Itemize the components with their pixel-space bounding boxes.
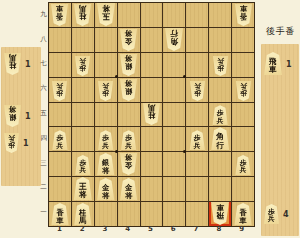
file-label: 6 xyxy=(162,225,185,233)
piece-sente[interactable]: 銀 将 xyxy=(3,105,22,127)
square-4三[interactable]: 金 将 xyxy=(118,152,140,176)
square-5七[interactable] xyxy=(141,53,163,77)
square-6八[interactable]: 角 行 xyxy=(163,28,185,52)
hand-count: 1 xyxy=(23,139,29,148)
piece-sente[interactable]: 歩 兵 xyxy=(3,133,20,153)
piece-gote[interactable]: 香 車 xyxy=(50,203,69,225)
square-4七[interactable]: 銀 将 xyxy=(118,53,140,77)
square-8九[interactable] xyxy=(209,3,231,27)
square-1二[interactable] xyxy=(49,177,71,201)
piece-gote[interactable]: 歩 兵 xyxy=(212,105,229,125)
piece-sente[interactable]: 桂 馬 xyxy=(73,4,92,26)
file-label: 4 xyxy=(116,225,139,233)
square-2二[interactable]: 王 将 xyxy=(72,177,94,201)
turn-indicator: 後手番 xyxy=(261,25,300,38)
square-9三[interactable]: 歩 兵 xyxy=(232,152,254,176)
rank-label: 四 xyxy=(39,126,48,151)
shogi-board: 香 車桂 馬玉 将香 車金 将角 行歩 兵銀 将歩 兵歩 兵歩 兵銀 将歩 兵歩… xyxy=(48,2,255,227)
square-2一[interactable]: 桂 馬 xyxy=(72,202,94,226)
piece-gote[interactable]: 歩 兵 xyxy=(235,155,252,175)
file-label: 8 xyxy=(207,225,230,233)
square-7一[interactable] xyxy=(186,202,208,226)
square-5三[interactable] xyxy=(141,152,163,176)
square-3六[interactable]: 歩 兵 xyxy=(95,78,117,102)
piece-gote[interactable]: 歩 兵 xyxy=(97,130,114,150)
star-point xyxy=(183,150,186,153)
square-4九[interactable] xyxy=(118,3,140,27)
file-label: 5 xyxy=(139,225,162,233)
square-6五[interactable] xyxy=(163,103,185,127)
file-label: 3 xyxy=(94,225,117,233)
square-7二[interactable] xyxy=(186,177,208,201)
square-4四[interactable]: 歩 兵 xyxy=(118,127,140,151)
square-9二[interactable] xyxy=(232,177,254,201)
square-5八[interactable] xyxy=(141,28,163,52)
square-7九[interactable] xyxy=(186,3,208,27)
square-4六[interactable]: 銀 将 xyxy=(118,78,140,102)
piece-sente[interactable]: 歩 兵 xyxy=(97,81,114,101)
square-8八[interactable] xyxy=(209,28,231,52)
square-7四[interactable]: 歩 兵 xyxy=(186,127,208,151)
square-8七[interactable]: 歩 兵 xyxy=(209,53,231,77)
file-label: 2 xyxy=(71,225,94,233)
square-5九[interactable] xyxy=(141,3,163,27)
piece-sente[interactable]: 金 将 xyxy=(119,29,138,51)
square-2七[interactable]: 歩 兵 xyxy=(72,53,94,77)
square-9八[interactable] xyxy=(232,28,254,52)
gote-hand-飛車[interactable]: 飛 車1 xyxy=(263,52,292,76)
square-3四[interactable]: 歩 兵 xyxy=(95,127,117,151)
piece-sente[interactable]: 歩 兵 xyxy=(189,81,206,101)
square-4五[interactable] xyxy=(118,103,140,127)
square-1八[interactable] xyxy=(49,28,71,52)
rank-label: 六 xyxy=(39,76,48,101)
piece-gote[interactable]: 飛 車 xyxy=(263,52,283,75)
piece-sente[interactable]: 香 車 xyxy=(234,4,253,26)
sente-hand-銀将[interactable]: 銀 将1 xyxy=(3,105,31,128)
square-1三[interactable] xyxy=(49,152,71,176)
star-point xyxy=(183,75,186,78)
piece-gote[interactable]: 歩 兵 xyxy=(189,130,206,150)
square-2三[interactable]: 歩 兵 xyxy=(72,152,94,176)
square-1一[interactable]: 香 車 xyxy=(49,202,71,226)
piece-sente[interactable]: 歩 兵 xyxy=(212,56,229,76)
square-3二[interactable]: 金 将 xyxy=(95,177,117,201)
square-2五[interactable] xyxy=(72,103,94,127)
piece-sente[interactable]: 角 行 xyxy=(164,28,184,51)
square-1七[interactable] xyxy=(49,53,71,77)
square-7七[interactable] xyxy=(186,53,208,77)
square-2八[interactable] xyxy=(72,28,94,52)
hand-count: 1 xyxy=(25,112,31,121)
square-7三[interactable] xyxy=(186,152,208,176)
piece-gote[interactable]: 角 行 xyxy=(210,127,230,150)
star-point xyxy=(115,75,118,78)
square-7八[interactable] xyxy=(186,28,208,52)
piece-gote[interactable]: 歩 兵 xyxy=(120,130,137,150)
gote-captured-tray: 飛 車1歩 兵4 xyxy=(261,44,299,236)
square-5四[interactable] xyxy=(141,127,163,151)
square-6一[interactable] xyxy=(163,202,185,226)
piece-sente[interactable]: 銀 将 xyxy=(119,79,138,101)
square-8四[interactable]: 角 行 xyxy=(209,127,231,151)
rank-label: 八 xyxy=(39,27,48,52)
piece-sente[interactable]: 歩 兵 xyxy=(235,81,252,101)
piece-sente[interactable]: 金 将 xyxy=(119,153,138,175)
square-3一[interactable] xyxy=(95,202,117,226)
shogi-app: 桂 馬1銀 将1歩 兵1 九八七六五四三二一 香 車桂 馬玉 将香 車金 将角 … xyxy=(0,0,300,238)
piece-gote[interactable]: 金 将 xyxy=(119,178,138,200)
square-3八[interactable] xyxy=(95,28,117,52)
square-1五[interactable] xyxy=(49,103,71,127)
rank-labels: 九八七六五四三二一 xyxy=(39,2,48,225)
piece-sente[interactable]: 歩 兵 xyxy=(74,56,91,76)
square-5六[interactable] xyxy=(141,78,163,102)
square-9七[interactable] xyxy=(232,53,254,77)
piece-sente[interactable]: 飛 車 xyxy=(210,202,230,225)
hand-count: 1 xyxy=(286,60,292,69)
piece-gote[interactable]: 歩 兵 xyxy=(263,204,280,224)
square-9五[interactable] xyxy=(232,103,254,127)
square-5五[interactable]: 桂 馬 xyxy=(141,103,163,127)
square-6二[interactable] xyxy=(163,177,185,201)
square-3九[interactable]: 玉 将 xyxy=(95,3,117,27)
square-2六[interactable] xyxy=(72,78,94,102)
rank-label: 二 xyxy=(39,175,48,200)
square-4一[interactable] xyxy=(118,202,140,226)
square-6七[interactable] xyxy=(163,53,185,77)
square-6六[interactable] xyxy=(163,78,185,102)
sente-hand-桂馬[interactable]: 桂 馬1 xyxy=(3,53,31,76)
hand-count: 4 xyxy=(283,210,289,219)
piece-sente[interactable]: 歩 兵 xyxy=(51,81,68,101)
square-1六[interactable]: 歩 兵 xyxy=(49,78,71,102)
piece-sente[interactable]: 玉 将 xyxy=(96,3,116,26)
file-label: 9 xyxy=(230,225,253,233)
square-6九[interactable] xyxy=(163,3,185,27)
file-label: 7 xyxy=(185,225,208,233)
square-8六[interactable] xyxy=(209,78,231,102)
hand-count: 1 xyxy=(25,60,31,69)
square-8二[interactable] xyxy=(209,177,231,201)
square-7六[interactable]: 歩 兵 xyxy=(186,78,208,102)
piece-sente[interactable]: 銀 将 xyxy=(119,54,138,76)
piece-gote[interactable]: 歩 兵 xyxy=(51,130,68,150)
rank-label: 五 xyxy=(39,101,48,126)
rank-label: 一 xyxy=(39,200,48,225)
sente-captured-tray: 桂 馬1銀 将1歩 兵1 xyxy=(1,47,41,186)
star-point xyxy=(115,150,118,153)
piece-sente[interactable]: 桂 馬 xyxy=(142,103,161,125)
rank-label: 九 xyxy=(39,2,48,27)
square-8一[interactable]: 飛 車 xyxy=(209,202,231,226)
piece-gote[interactable]: 歩 兵 xyxy=(74,155,91,175)
square-4二[interactable]: 金 将 xyxy=(118,177,140,201)
square-8三[interactable] xyxy=(209,152,231,176)
piece-gote[interactable]: 王 将 xyxy=(73,177,93,200)
square-7五[interactable] xyxy=(186,103,208,127)
piece-sente[interactable]: 香 車 xyxy=(50,4,69,26)
rank-label: 三 xyxy=(39,151,48,176)
piece-gote[interactable]: 桂 馬 xyxy=(73,203,92,225)
piece-gote[interactable]: 銀 将 xyxy=(96,153,115,175)
square-8五[interactable]: 歩 兵 xyxy=(209,103,231,127)
square-3七[interactable] xyxy=(95,53,117,77)
file-labels: 123456789 xyxy=(48,225,253,233)
square-6四[interactable] xyxy=(163,127,185,151)
sente-hand-歩兵[interactable]: 歩 兵1 xyxy=(3,133,29,154)
square-1九[interactable]: 香 車 xyxy=(49,3,71,27)
square-3三[interactable]: 銀 将 xyxy=(95,152,117,176)
square-2九[interactable]: 桂 馬 xyxy=(72,3,94,27)
piece-gote[interactable]: 香 車 xyxy=(234,203,253,225)
square-9一[interactable]: 香 車 xyxy=(232,202,254,226)
square-3五[interactable] xyxy=(95,103,117,127)
piece-sente[interactable]: 桂 馬 xyxy=(3,53,22,75)
gote-hand-歩兵[interactable]: 歩 兵4 xyxy=(263,204,289,225)
square-1四[interactable]: 歩 兵 xyxy=(49,127,71,151)
square-5一[interactable] xyxy=(141,202,163,226)
file-label: 1 xyxy=(48,225,71,233)
square-9六[interactable]: 歩 兵 xyxy=(232,78,254,102)
square-9九[interactable]: 香 車 xyxy=(232,3,254,27)
piece-gote[interactable]: 金 将 xyxy=(96,178,115,200)
square-2四[interactable] xyxy=(72,127,94,151)
square-5二[interactable] xyxy=(141,177,163,201)
square-6三[interactable] xyxy=(163,152,185,176)
rank-label: 七 xyxy=(39,52,48,77)
square-9四[interactable] xyxy=(232,127,254,151)
square-4八[interactable]: 金 将 xyxy=(118,28,140,52)
